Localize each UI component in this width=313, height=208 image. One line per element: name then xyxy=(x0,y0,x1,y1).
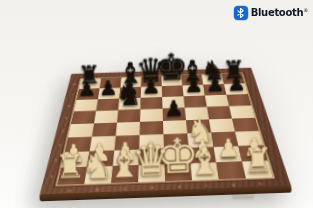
square-g5 xyxy=(207,106,232,119)
square-d3 xyxy=(139,134,164,149)
square-b5 xyxy=(94,110,118,123)
square-a7: ♟ xyxy=(77,88,100,100)
square-c3 xyxy=(114,135,139,150)
file-label-f: f xyxy=(205,183,207,187)
square-g6 xyxy=(205,95,229,107)
square-b6 xyxy=(96,99,119,111)
square-e4 xyxy=(163,120,187,134)
square-g7: ♟ xyxy=(203,84,226,95)
file-label-d: d xyxy=(150,185,153,189)
rank-label-3: 3 xyxy=(56,143,63,146)
square-g1 xyxy=(216,162,246,180)
square-e6 xyxy=(162,96,185,108)
square-f1: ♝ xyxy=(190,163,219,181)
square-a1: ♜ xyxy=(57,167,87,185)
square-b7: ♟ xyxy=(98,88,120,100)
file-label-e: e xyxy=(178,184,181,188)
bluetooth-rune-icon xyxy=(234,6,248,20)
square-h2: ♟ xyxy=(238,145,267,161)
square-a2: ♟ xyxy=(61,151,89,168)
chessboard-scene: ♜♝♛♚♝♞♜♟♟♟♟♟♟♟♞♟♞♟♟♟♟♟♟♟♟♜♞♝♛♚♝♜ abcdefg… xyxy=(54,12,271,208)
file-label-b: b xyxy=(96,187,100,191)
square-c6: ♞ xyxy=(118,98,141,110)
square-d7: ♟ xyxy=(141,86,162,98)
rank-label-5: 5 xyxy=(63,117,70,120)
square-e2: ♟ xyxy=(164,148,190,164)
square-b3 xyxy=(90,136,116,151)
square-a5 xyxy=(71,111,96,124)
square-c8: ♝ xyxy=(120,77,141,88)
registered-mark: ® xyxy=(303,7,308,13)
square-b2: ♟ xyxy=(87,150,114,167)
square-d4 xyxy=(140,121,164,135)
square-d6 xyxy=(140,97,162,109)
rank-label-1: 1 xyxy=(48,175,56,179)
square-c2: ♟ xyxy=(113,150,139,167)
square-f4 xyxy=(186,119,211,133)
square-h1: ♜ xyxy=(242,161,273,179)
square-d2: ♟ xyxy=(139,149,165,165)
square-f5 xyxy=(185,107,209,120)
square-f2: ♟ xyxy=(189,147,216,163)
rank-label-4: 4 xyxy=(60,129,67,132)
file-label-c: c xyxy=(123,186,126,190)
square-c5 xyxy=(117,109,140,122)
square-f7: ♟ xyxy=(182,85,204,96)
square-a4 xyxy=(68,123,94,137)
square-e1: ♚ xyxy=(165,163,193,181)
rank-label-7: 7 xyxy=(69,93,75,96)
square-h6 xyxy=(226,94,251,106)
square-c4 xyxy=(116,122,140,136)
rank-label-6: 6 xyxy=(66,105,72,108)
square-h5 xyxy=(229,106,255,119)
square-c7: ♟ xyxy=(119,87,141,99)
square-h7: ♟ xyxy=(224,83,248,94)
square-b1: ♞ xyxy=(84,166,113,184)
file-label-h: h xyxy=(259,181,263,185)
chessboard-tilt: ♜♝♛♚♝♞♜♟♟♟♟♟♟♟♞♟♞♟♟♟♟♟♟♟♟♜♞♝♛♚♝♜ abcdefg… xyxy=(39,68,291,196)
square-f3: ♞ xyxy=(187,133,213,148)
rank-label-2: 2 xyxy=(52,158,59,162)
square-g2: ♟ xyxy=(214,146,242,162)
board-grid: ♜♝♛♚♝♞♜♟♟♟♟♟♟♟♞♟♞♟♟♟♟♟♟♟♟♜♞♝♛♚♝♜ xyxy=(57,73,272,185)
square-h3 xyxy=(235,131,263,146)
photo-background: Bluetooth® ♜♝♛♚♝♞♜♟♟♟♟♟♟♟♞♟♞♟♟♟♟♟♟♟♟♜♞♝♛… xyxy=(0,0,313,208)
square-e5: ♟ xyxy=(163,108,186,121)
square-c1: ♝ xyxy=(111,165,138,183)
square-e3 xyxy=(163,134,188,149)
board-frame: ♜♝♛♚♝♞♜♟♟♟♟♟♟♟♞♟♞♟♟♟♟♟♟♟♟♜♞♝♛♚♝♜ abcdefg… xyxy=(39,68,291,196)
rank-label-8: 8 xyxy=(71,83,77,85)
file-label-g: g xyxy=(231,182,235,186)
square-a6 xyxy=(74,99,98,111)
square-g4 xyxy=(209,119,235,133)
square-e7 xyxy=(162,86,184,98)
file-label-a: a xyxy=(68,188,72,192)
square-b4 xyxy=(92,123,117,137)
square-d5 xyxy=(140,109,163,122)
square-f6 xyxy=(184,96,207,108)
bluetooth-wordmark: Bluetooth® xyxy=(251,6,308,20)
square-g3 xyxy=(211,132,238,147)
bluetooth-badge: Bluetooth® xyxy=(234,6,308,20)
square-d1: ♛ xyxy=(138,164,165,182)
square-a3 xyxy=(65,137,92,152)
square-h4 xyxy=(232,118,259,132)
